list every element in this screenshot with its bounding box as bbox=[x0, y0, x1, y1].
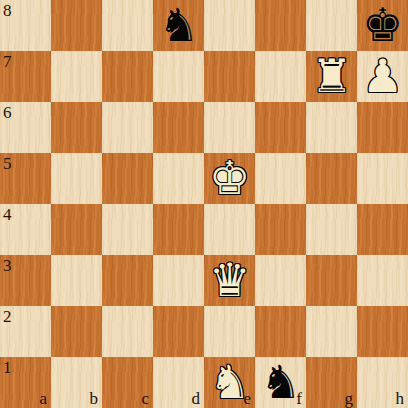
square-h5[interactable] bbox=[357, 153, 408, 204]
square-f2[interactable] bbox=[255, 306, 306, 357]
file-label-g: g bbox=[345, 390, 354, 407]
square-h6[interactable] bbox=[357, 102, 408, 153]
rank-label-1: 1 bbox=[3, 359, 12, 376]
square-b7[interactable] bbox=[51, 51, 102, 102]
rank-label-8: 8 bbox=[3, 2, 12, 19]
square-g2[interactable] bbox=[306, 306, 357, 357]
square-e5[interactable]: ♚ bbox=[204, 153, 255, 204]
square-g6[interactable] bbox=[306, 102, 357, 153]
square-d8[interactable]: ♞ bbox=[153, 0, 204, 51]
square-a3[interactable]: 3 bbox=[0, 255, 51, 306]
square-h7[interactable]: ♟ bbox=[357, 51, 408, 102]
square-f5[interactable] bbox=[255, 153, 306, 204]
square-g8[interactable] bbox=[306, 0, 357, 51]
square-b3[interactable] bbox=[51, 255, 102, 306]
square-c5[interactable] bbox=[102, 153, 153, 204]
file-label-d: d bbox=[192, 390, 201, 407]
square-e1[interactable]: e♞ bbox=[204, 357, 255, 408]
square-f1[interactable]: f♞ bbox=[255, 357, 306, 408]
square-a1[interactable]: 1a bbox=[0, 357, 51, 408]
square-a6[interactable]: 6 bbox=[0, 102, 51, 153]
square-b1[interactable]: b bbox=[51, 357, 102, 408]
piece-white-king[interactable]: ♚ bbox=[209, 155, 250, 201]
piece-black-knight[interactable]: ♞ bbox=[158, 2, 199, 48]
piece-white-knight[interactable]: ♞ bbox=[209, 359, 250, 405]
square-c7[interactable] bbox=[102, 51, 153, 102]
square-b8[interactable] bbox=[51, 0, 102, 51]
square-g1[interactable]: g bbox=[306, 357, 357, 408]
square-g3[interactable] bbox=[306, 255, 357, 306]
square-a8[interactable]: 8 bbox=[0, 0, 51, 51]
square-c1[interactable]: c bbox=[102, 357, 153, 408]
piece-white-rook[interactable]: ♜ bbox=[311, 53, 352, 99]
square-d7[interactable] bbox=[153, 51, 204, 102]
chess-board-wrapper: 8♞♚7♜♟65♚43♛21abcde♞f♞gh bbox=[0, 0, 408, 408]
square-c2[interactable] bbox=[102, 306, 153, 357]
square-f8[interactable] bbox=[255, 0, 306, 51]
square-g4[interactable] bbox=[306, 204, 357, 255]
square-d4[interactable] bbox=[153, 204, 204, 255]
square-b4[interactable] bbox=[51, 204, 102, 255]
rank-label-2: 2 bbox=[3, 308, 12, 325]
square-a2[interactable]: 2 bbox=[0, 306, 51, 357]
rank-label-7: 7 bbox=[3, 53, 12, 70]
square-f4[interactable] bbox=[255, 204, 306, 255]
square-b6[interactable] bbox=[51, 102, 102, 153]
square-c3[interactable] bbox=[102, 255, 153, 306]
square-h3[interactable] bbox=[357, 255, 408, 306]
rank-label-5: 5 bbox=[3, 155, 12, 172]
square-a5[interactable]: 5 bbox=[0, 153, 51, 204]
square-g7[interactable]: ♜ bbox=[306, 51, 357, 102]
square-b5[interactable] bbox=[51, 153, 102, 204]
square-e8[interactable] bbox=[204, 0, 255, 51]
rank-label-4: 4 bbox=[3, 206, 12, 223]
square-f6[interactable] bbox=[255, 102, 306, 153]
piece-white-pawn[interactable]: ♟ bbox=[362, 53, 403, 99]
square-h2[interactable] bbox=[357, 306, 408, 357]
file-label-c: c bbox=[141, 390, 149, 407]
square-e6[interactable] bbox=[204, 102, 255, 153]
square-c8[interactable] bbox=[102, 0, 153, 51]
square-g5[interactable] bbox=[306, 153, 357, 204]
square-d3[interactable] bbox=[153, 255, 204, 306]
square-e7[interactable] bbox=[204, 51, 255, 102]
square-d6[interactable] bbox=[153, 102, 204, 153]
square-b2[interactable] bbox=[51, 306, 102, 357]
square-c6[interactable] bbox=[102, 102, 153, 153]
piece-black-king[interactable]: ♚ bbox=[362, 2, 403, 48]
chess-board: 8♞♚7♜♟65♚43♛21abcde♞f♞gh bbox=[0, 0, 408, 408]
square-f3[interactable] bbox=[255, 255, 306, 306]
rank-label-3: 3 bbox=[3, 257, 12, 274]
square-e3[interactable]: ♛ bbox=[204, 255, 255, 306]
file-label-h: h bbox=[396, 390, 405, 407]
rank-label-6: 6 bbox=[3, 104, 12, 121]
square-a7[interactable]: 7 bbox=[0, 51, 51, 102]
square-e2[interactable] bbox=[204, 306, 255, 357]
square-h4[interactable] bbox=[357, 204, 408, 255]
square-a4[interactable]: 4 bbox=[0, 204, 51, 255]
piece-black-knight[interactable]: ♞ bbox=[260, 359, 301, 405]
piece-white-queen[interactable]: ♛ bbox=[209, 257, 250, 303]
file-label-a: a bbox=[39, 390, 47, 407]
square-c4[interactable] bbox=[102, 204, 153, 255]
square-d5[interactable] bbox=[153, 153, 204, 204]
square-e4[interactable] bbox=[204, 204, 255, 255]
square-d1[interactable]: d bbox=[153, 357, 204, 408]
square-h1[interactable]: h bbox=[357, 357, 408, 408]
square-h8[interactable]: ♚ bbox=[357, 0, 408, 51]
file-label-b: b bbox=[90, 390, 99, 407]
square-d2[interactable] bbox=[153, 306, 204, 357]
square-f7[interactable] bbox=[255, 51, 306, 102]
